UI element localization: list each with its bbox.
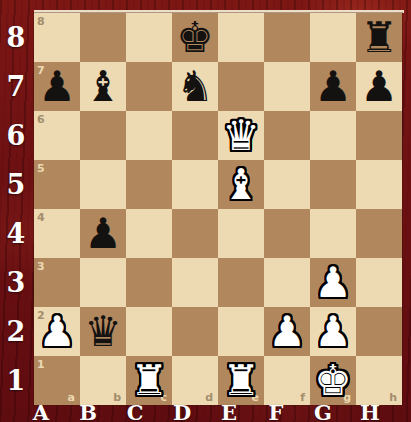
piece-black-pawn[interactable]: ♟ [356, 62, 402, 111]
square-b4[interactable]: ♟ [80, 209, 126, 258]
square-e5[interactable]: ♝ [218, 160, 264, 209]
outer-rank-label-7: 7 [0, 62, 32, 111]
outer-rank-label-2: 2 [0, 307, 32, 356]
square-b1[interactable]: b [80, 356, 126, 405]
outer-rank-label-3: 3 [0, 258, 32, 307]
piece-black-bishop[interactable]: ♝ [80, 62, 126, 111]
square-e2[interactable] [218, 307, 264, 356]
piece-white-pawn[interactable]: ♟ [34, 307, 80, 356]
piece-white-pawn[interactable]: ♟ [264, 307, 310, 356]
square-c3[interactable] [126, 258, 172, 307]
square-d1[interactable]: d [172, 356, 218, 405]
square-g7[interactable]: ♟ [310, 62, 356, 111]
square-e6[interactable]: ♛ [218, 111, 264, 160]
square-g8[interactable] [310, 13, 356, 62]
piece-black-pawn[interactable]: ♟ [34, 62, 80, 111]
outer-rank-label-5: 5 [0, 160, 32, 209]
square-d8[interactable]: ♚ [172, 13, 218, 62]
piece-black-king[interactable]: ♚ [172, 13, 218, 62]
square-c2[interactable] [126, 307, 172, 356]
square-f8[interactable] [264, 13, 310, 62]
square-c1[interactable]: c♜ [126, 356, 172, 405]
inner-file-label-a: a [68, 392, 75, 403]
square-a2[interactable]: 2♟ [34, 307, 80, 356]
square-e4[interactable] [218, 209, 264, 258]
square-a4[interactable]: 4 [34, 209, 80, 258]
inner-file-label-b: b [113, 392, 121, 403]
square-d7[interactable]: ♞ [172, 62, 218, 111]
square-d4[interactable] [172, 209, 218, 258]
square-e8[interactable] [218, 13, 264, 62]
square-f6[interactable] [264, 111, 310, 160]
square-d3[interactable] [172, 258, 218, 307]
square-e1[interactable]: e♜ [218, 356, 264, 405]
outer-file-label-A: A [26, 403, 56, 422]
piece-white-bishop[interactable]: ♝ [218, 160, 264, 209]
square-f2[interactable]: ♟ [264, 307, 310, 356]
outer-file-label-D: D [167, 403, 197, 422]
piece-black-queen[interactable]: ♛ [80, 307, 126, 356]
square-h8[interactable]: ♜ [356, 13, 402, 62]
inner-rank-label-5: 5 [37, 163, 45, 174]
square-a3[interactable]: 3 [34, 258, 80, 307]
square-h7[interactable]: ♟ [356, 62, 402, 111]
square-d5[interactable] [172, 160, 218, 209]
chess-board: 8♚♜7♟♝♞♟♟6♛5♝4♟3♟2♟♛♟♟1abc♜de♜fg♚h [34, 13, 402, 405]
square-f3[interactable] [264, 258, 310, 307]
outer-rank-label-6: 6 [0, 111, 32, 160]
square-d6[interactable] [172, 111, 218, 160]
square-b2[interactable]: ♛ [80, 307, 126, 356]
square-f1[interactable]: f [264, 356, 310, 405]
square-b5[interactable] [80, 160, 126, 209]
outer-file-label-G: G [308, 403, 338, 422]
piece-black-knight[interactable]: ♞ [172, 62, 218, 111]
piece-white-queen[interactable]: ♛ [218, 111, 264, 160]
outer-rank-label-8: 8 [0, 13, 32, 62]
square-f5[interactable] [264, 160, 310, 209]
square-a8[interactable]: 8 [34, 13, 80, 62]
board-frame: 8♚♜7♟♝♞♟♟6♛5♝4♟3♟2♟♛♟♟1abc♜de♜fg♚h 87654… [0, 0, 411, 422]
square-h5[interactable] [356, 160, 402, 209]
square-b7[interactable]: ♝ [80, 62, 126, 111]
outer-file-label-E: E [214, 403, 244, 422]
piece-white-pawn[interactable]: ♟ [310, 307, 356, 356]
inner-rank-label-3: 3 [37, 261, 45, 272]
square-g2[interactable]: ♟ [310, 307, 356, 356]
piece-white-rook[interactable]: ♜ [126, 356, 172, 405]
outer-rank-label-1: 1 [0, 356, 32, 405]
piece-black-rook[interactable]: ♜ [356, 13, 402, 62]
inner-rank-label-8: 8 [37, 16, 45, 27]
outer-file-label-H: H [355, 403, 385, 422]
piece-white-king[interactable]: ♚ [310, 356, 356, 405]
inner-file-label-d: d [205, 392, 213, 403]
piece-white-rook[interactable]: ♜ [218, 356, 264, 405]
square-c5[interactable] [126, 160, 172, 209]
outer-rank-label-4: 4 [0, 209, 32, 258]
square-a7[interactable]: 7♟ [34, 62, 80, 111]
square-g4[interactable] [310, 209, 356, 258]
piece-white-pawn[interactable]: ♟ [310, 258, 356, 307]
square-b8[interactable] [80, 13, 126, 62]
square-h3[interactable] [356, 258, 402, 307]
inner-file-label-f: f [300, 392, 305, 403]
square-g1[interactable]: g♚ [310, 356, 356, 405]
square-a1[interactable]: 1a [34, 356, 80, 405]
square-c6[interactable] [126, 111, 172, 160]
inner-file-label-h: h [389, 392, 397, 403]
square-h1[interactable]: h [356, 356, 402, 405]
square-b3[interactable] [80, 258, 126, 307]
square-e3[interactable] [218, 258, 264, 307]
square-f7[interactable] [264, 62, 310, 111]
square-e7[interactable] [218, 62, 264, 111]
square-g6[interactable] [310, 111, 356, 160]
piece-black-pawn[interactable]: ♟ [80, 209, 126, 258]
square-h6[interactable] [356, 111, 402, 160]
outer-file-label-C: C [120, 403, 150, 422]
square-c4[interactable] [126, 209, 172, 258]
square-g3[interactable]: ♟ [310, 258, 356, 307]
square-f4[interactable] [264, 209, 310, 258]
square-d2[interactable] [172, 307, 218, 356]
square-a6[interactable]: 6 [34, 111, 80, 160]
square-c8[interactable] [126, 13, 172, 62]
inner-rank-label-1: 1 [37, 359, 45, 370]
outer-file-label-B: B [73, 403, 103, 422]
square-g5[interactable] [310, 160, 356, 209]
square-b6[interactable] [80, 111, 126, 160]
inner-rank-label-6: 6 [37, 114, 45, 125]
inner-rank-label-4: 4 [37, 212, 45, 223]
square-h4[interactable] [356, 209, 402, 258]
outer-file-label-F: F [261, 403, 291, 422]
square-a5[interactable]: 5 [34, 160, 80, 209]
square-c7[interactable] [126, 62, 172, 111]
square-h2[interactable] [356, 307, 402, 356]
piece-black-pawn[interactable]: ♟ [310, 62, 356, 111]
